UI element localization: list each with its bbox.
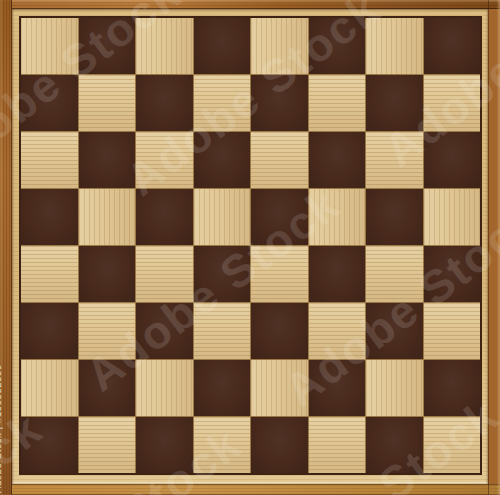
- square-c2: [136, 360, 193, 416]
- square-d8: [194, 18, 251, 74]
- square-f7: [309, 75, 366, 131]
- square-e1: [251, 417, 308, 473]
- chessboard-grid: [21, 18, 480, 473]
- square-f2: [309, 360, 366, 416]
- square-b4: [79, 246, 136, 302]
- wood-frame-left: [0, 0, 12, 495]
- square-a7: [21, 75, 78, 131]
- square-h5: [424, 189, 481, 245]
- square-d3: [194, 303, 251, 359]
- stock-photo-chessboard: Adobe StockAdobe StockAdobe StockAdobe S…: [0, 0, 500, 495]
- square-h6: [424, 132, 481, 188]
- square-d7: [194, 75, 251, 131]
- square-d2: [194, 360, 251, 416]
- square-b5: [79, 189, 136, 245]
- square-f5: [309, 189, 366, 245]
- square-c6: [136, 132, 193, 188]
- square-f4: [309, 246, 366, 302]
- wood-frame-right: [488, 0, 500, 495]
- square-e4: [251, 246, 308, 302]
- square-b7: [79, 75, 136, 131]
- square-h4: [424, 246, 481, 302]
- square-e3: [251, 303, 308, 359]
- square-a6: [21, 132, 78, 188]
- square-e7: [251, 75, 308, 131]
- square-f1: [309, 417, 366, 473]
- square-b1: [79, 417, 136, 473]
- square-f3: [309, 303, 366, 359]
- square-a8: [21, 18, 78, 74]
- square-h8: [424, 18, 481, 74]
- square-e8: [251, 18, 308, 74]
- square-c3: [136, 303, 193, 359]
- square-h7: [424, 75, 481, 131]
- square-b3: [79, 303, 136, 359]
- square-f6: [309, 132, 366, 188]
- square-g4: [366, 246, 423, 302]
- square-b6: [79, 132, 136, 188]
- square-g8: [366, 18, 423, 74]
- square-h1: [424, 417, 481, 473]
- square-e2: [251, 360, 308, 416]
- chessboard: [19, 16, 482, 475]
- square-c8: [136, 18, 193, 74]
- square-a1: [21, 417, 78, 473]
- square-d4: [194, 246, 251, 302]
- square-g2: [366, 360, 423, 416]
- square-e5: [251, 189, 308, 245]
- square-e6: [251, 132, 308, 188]
- square-g5: [366, 189, 423, 245]
- square-g6: [366, 132, 423, 188]
- square-g3: [366, 303, 423, 359]
- square-a3: [21, 303, 78, 359]
- square-a2: [21, 360, 78, 416]
- square-h2: [424, 360, 481, 416]
- square-a5: [21, 189, 78, 245]
- square-g1: [366, 417, 423, 473]
- wood-frame-top: [0, 0, 500, 9]
- square-c7: [136, 75, 193, 131]
- square-b2: [79, 360, 136, 416]
- square-d6: [194, 132, 251, 188]
- square-g7: [366, 75, 423, 131]
- square-d1: [194, 417, 251, 473]
- square-c5: [136, 189, 193, 245]
- square-a4: [21, 246, 78, 302]
- square-d5: [194, 189, 251, 245]
- square-f8: [309, 18, 366, 74]
- wood-frame-bottom: [0, 484, 500, 495]
- square-c4: [136, 246, 193, 302]
- square-h3: [424, 303, 481, 359]
- square-c1: [136, 417, 193, 473]
- square-b8: [79, 18, 136, 74]
